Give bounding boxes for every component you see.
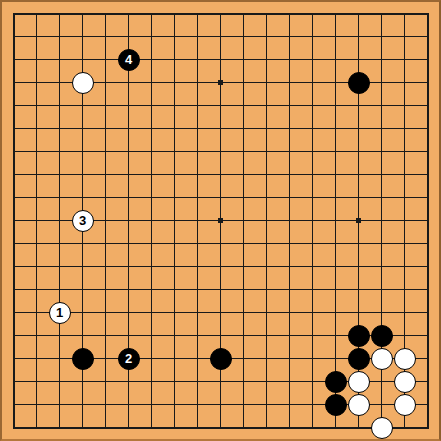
black-stone (72, 348, 94, 370)
black-stone: 2 (118, 348, 140, 370)
black-stone (325, 394, 347, 416)
black-stone: 4 (118, 49, 140, 71)
move-number: 2 (125, 352, 132, 365)
white-stone (72, 72, 94, 94)
stones-layer: 4312 (2, 2, 439, 439)
white-stone (371, 417, 393, 439)
move-number: 1 (56, 306, 63, 319)
white-stone (394, 394, 416, 416)
black-stone (348, 348, 370, 370)
white-stone: 3 (72, 210, 94, 232)
black-stone (210, 348, 232, 370)
black-stone (325, 371, 347, 393)
white-stone (394, 371, 416, 393)
black-stone (348, 72, 370, 94)
white-stone (348, 394, 370, 416)
go-board: 4312 (0, 0, 441, 441)
move-number: 4 (125, 53, 132, 66)
black-stone (348, 325, 370, 347)
white-stone (348, 371, 370, 393)
black-stone (371, 325, 393, 347)
white-stone (394, 348, 416, 370)
white-stone: 1 (49, 302, 71, 324)
white-stone (371, 348, 393, 370)
move-number: 3 (79, 214, 86, 227)
